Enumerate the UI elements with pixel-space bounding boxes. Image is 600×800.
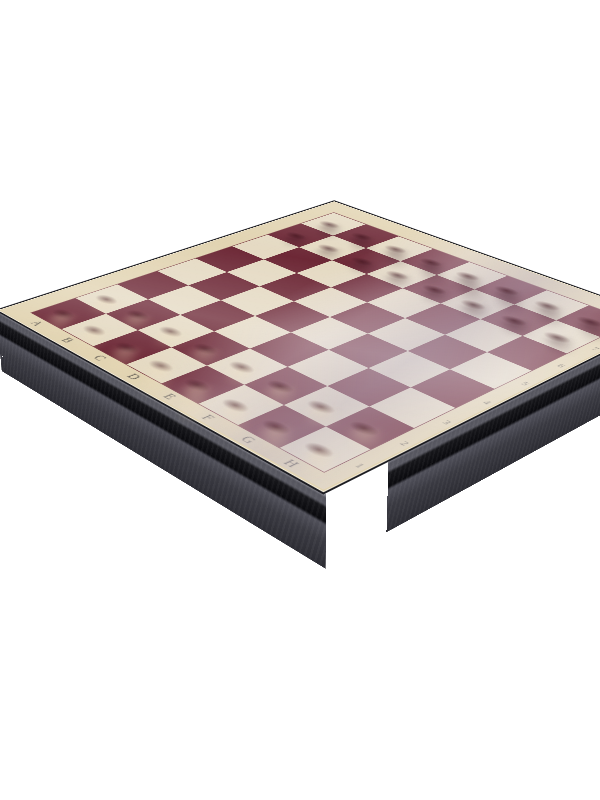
scene: ABCDEFGH 12345678 ♜♞♝♛♚♝♞♜♟♟♟♟♟♟♟♟♟♟♟♟♟♟… bbox=[0, 0, 600, 800]
chess-board: ABCDEFGH 12345678 ♜♞♝♛♚♝♞♜♟♟♟♟♟♟♟♟♟♟♟♟♟♟… bbox=[0, 200, 600, 494]
reflection-smear bbox=[320, 249, 337, 262]
reflection-smear bbox=[426, 290, 446, 305]
reflection-smear bbox=[389, 276, 408, 290]
reflection-smear bbox=[354, 262, 372, 275]
white-rook-glyph: ♜ bbox=[283, 365, 357, 453]
black-pawn-glyph: ♟ bbox=[529, 274, 585, 339]
product-photo: ABCDEFGH 12345678 ♜♞♝♛♚♝♞♜♟♟♟♟♟♟♟♟♟♟♟♟♟♟… bbox=[0, 0, 600, 800]
reflection-smear bbox=[308, 451, 331, 481]
reflection-smear bbox=[354, 429, 377, 451]
reflection-smear bbox=[287, 236, 304, 248]
